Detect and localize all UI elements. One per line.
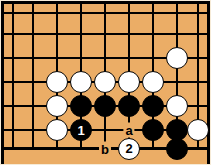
point-5-6 — [93, 118, 117, 142]
point-1-3 — [4, 46, 21, 70]
grid-line-vertical — [104, 22, 106, 46]
point-7-5 — [141, 94, 165, 118]
grid-line-vertical — [32, 70, 34, 94]
point-4-7 — [69, 142, 93, 155]
point-1-5 — [4, 94, 21, 118]
point-8-2 — [165, 22, 189, 46]
grid-line-vertical — [12, 4, 14, 22]
grid-line-vertical — [176, 4, 178, 22]
white-stone — [118, 71, 140, 93]
point-6-7: 2 — [117, 142, 141, 155]
point-1-4 — [4, 70, 21, 94]
white-stone — [70, 71, 92, 93]
grid-line-vertical — [152, 142, 154, 150]
grid-line-vertical — [152, 4, 154, 22]
point-9-7 — [189, 142, 207, 155]
grid-line-vertical — [176, 70, 178, 94]
grid-line-vertical — [152, 22, 154, 46]
grid-line-vertical — [80, 142, 82, 150]
point-2-7 — [21, 142, 45, 155]
point-9-3 — [189, 46, 207, 70]
grid-line-vertical — [104, 118, 106, 142]
point-2-3 — [21, 46, 45, 70]
point-2-5 — [21, 94, 45, 118]
grid-line-vertical — [32, 94, 34, 118]
grid-line-vertical — [197, 94, 199, 118]
grid-line-vertical — [12, 46, 14, 70]
grid-line-vertical — [80, 4, 82, 22]
point-3-4 — [45, 70, 69, 94]
grid-line-vertical — [12, 118, 14, 142]
point-8-3 — [165, 46, 189, 70]
grid-line-vertical — [128, 4, 130, 22]
point-4-1 — [69, 4, 93, 22]
grid-line-vertical — [56, 22, 58, 46]
point-2-6 — [21, 118, 45, 142]
point-2-2 — [21, 22, 45, 46]
grid-line-vertical — [128, 22, 130, 46]
white-stone — [94, 71, 116, 93]
black-stone — [118, 95, 140, 117]
point-2-4 — [21, 70, 45, 94]
point-6-2 — [117, 22, 141, 46]
point-9-4 — [189, 70, 207, 94]
point-9-1 — [189, 4, 207, 22]
grid-line-vertical — [197, 70, 199, 94]
point-7-2 — [141, 22, 165, 46]
grid-line-vertical — [197, 22, 199, 46]
point-5-5 — [93, 94, 117, 118]
grid-line-vertical — [12, 22, 14, 46]
point-5-2 — [93, 22, 117, 46]
point-9-6 — [189, 118, 207, 142]
point-5-1 — [93, 4, 117, 22]
grid-line-vertical — [32, 46, 34, 70]
point-4-5 — [69, 94, 93, 118]
grid-line-vertical — [56, 46, 58, 70]
point-1-6 — [4, 118, 21, 142]
point-4-4 — [69, 70, 93, 94]
point-1-7 — [4, 142, 21, 155]
go-diagram: { "game": "go", "diagram_type": "problem… — [0, 0, 211, 165]
grid-line-vertical — [32, 142, 34, 150]
point-9-5 — [189, 94, 207, 118]
point-5-3 — [93, 46, 117, 70]
white-stone — [166, 47, 188, 69]
black-stone — [166, 138, 188, 160]
point-4-3 — [69, 46, 93, 70]
point-7-3 — [141, 46, 165, 70]
point-3-1 — [45, 4, 69, 22]
point-3-3 — [45, 46, 69, 70]
point-8-4 — [165, 70, 189, 94]
grid-line-vertical — [32, 118, 34, 142]
black-stone — [70, 95, 92, 117]
grid-line-vertical — [12, 70, 14, 94]
point-4-6: 1 — [69, 118, 93, 142]
grid-line-vertical — [56, 142, 58, 150]
black-stone-move-1: 1 — [70, 119, 92, 141]
grid-line-vertical — [152, 46, 154, 70]
point-4-2 — [69, 22, 93, 46]
grid-line-vertical — [32, 22, 34, 46]
grid-line-vertical — [104, 46, 106, 70]
grid-line-vertical — [197, 4, 199, 22]
point-7-6 — [141, 118, 165, 142]
point-2-1 — [21, 4, 45, 22]
point-8-7 — [165, 142, 189, 155]
grid-line-vertical — [104, 4, 106, 22]
white-stone — [46, 119, 68, 141]
point-6-4 — [117, 70, 141, 94]
point-9-2 — [189, 22, 207, 46]
grid-line-vertical — [197, 142, 199, 150]
point-6-1 — [117, 4, 141, 22]
point-3-7 — [45, 142, 69, 155]
point-1-1 — [4, 4, 21, 22]
white-stone — [46, 71, 68, 93]
point-6-3 — [117, 46, 141, 70]
point-3-5 — [45, 94, 69, 118]
black-stone — [142, 95, 164, 117]
white-stone — [187, 119, 209, 141]
black-stone — [94, 95, 116, 117]
point-5-4 — [93, 70, 117, 94]
point-3-6 — [45, 118, 69, 142]
white-stone — [46, 95, 68, 117]
point-5-7: b — [93, 142, 117, 155]
grid-line-vertical — [12, 94, 14, 118]
grid-line-vertical — [32, 4, 34, 22]
point-label-b: b — [99, 141, 111, 156]
white-stone-move-2: 2 — [118, 138, 140, 160]
go-board: 1ab2 — [1, 1, 210, 164]
white-stone — [142, 71, 164, 93]
grid-line-vertical — [80, 22, 82, 46]
point-label-a: a — [123, 123, 134, 138]
point-8-5 — [165, 94, 189, 118]
black-stone — [142, 119, 164, 141]
grid-line-vertical — [12, 142, 14, 150]
grid-line-vertical — [56, 4, 58, 22]
white-stone — [166, 95, 188, 117]
point-8-1 — [165, 4, 189, 22]
grid-line-vertical — [80, 46, 82, 70]
point-7-1 — [141, 4, 165, 22]
go-board-grid: 1ab2 — [4, 4, 207, 155]
point-3-2 — [45, 22, 69, 46]
point-7-7 — [141, 142, 165, 155]
grid-line-vertical — [128, 46, 130, 70]
point-1-2 — [4, 22, 21, 46]
grid-line-vertical — [197, 46, 199, 70]
point-6-5 — [117, 94, 141, 118]
point-7-4 — [141, 70, 165, 94]
grid-line-vertical — [176, 22, 178, 46]
